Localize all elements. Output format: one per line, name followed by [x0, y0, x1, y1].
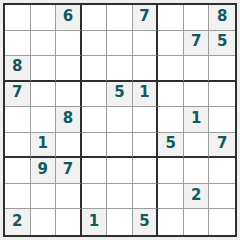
given-digit: 5 — [165, 136, 175, 151]
cell-r6c3[interactable] — [56, 133, 82, 159]
cell-r5c4[interactable] — [82, 107, 108, 133]
cell-r7c5[interactable] — [107, 158, 133, 184]
cell-r6c4[interactable] — [82, 133, 108, 159]
given-digit: 1 — [38, 136, 48, 151]
cell-r5c9[interactable] — [209, 107, 235, 133]
given-digit: 1 — [89, 214, 99, 229]
given-digit: 7 — [217, 136, 227, 151]
cell-r2c1[interactable] — [5, 31, 31, 57]
cell-r1c8[interactable] — [184, 5, 210, 31]
sudoku-widget: 67875875181157972215 — [0, 0, 240, 240]
cell-r1c3[interactable]: 6 — [56, 5, 82, 31]
given-digit: 2 — [12, 214, 22, 229]
cell-r8c3[interactable] — [56, 184, 82, 210]
cell-r3c8[interactable] — [184, 56, 210, 82]
cell-r1c2[interactable] — [31, 5, 57, 31]
cell-r4c5[interactable]: 5 — [107, 82, 133, 108]
given-digit: 8 — [217, 9, 227, 24]
cell-r7c2[interactable]: 9 — [31, 158, 57, 184]
cell-r6c9[interactable]: 7 — [209, 133, 235, 159]
cell-r2c8[interactable]: 7 — [184, 31, 210, 57]
cell-r7c9[interactable] — [209, 158, 235, 184]
given-digit: 6 — [63, 9, 73, 24]
cell-r1c6[interactable]: 7 — [133, 5, 159, 31]
cell-r6c7[interactable]: 5 — [158, 133, 184, 159]
cell-r2c5[interactable] — [107, 31, 133, 57]
cell-r8c7[interactable] — [158, 184, 184, 210]
cell-r7c8[interactable] — [184, 158, 210, 184]
cell-r8c6[interactable] — [133, 184, 159, 210]
given-digit: 5 — [139, 214, 149, 229]
given-digit: 8 — [63, 111, 73, 126]
cell-r9c2[interactable] — [31, 209, 57, 235]
cell-r2c3[interactable] — [56, 31, 82, 57]
cell-r3c2[interactable] — [31, 56, 57, 82]
cell-r4c9[interactable] — [209, 82, 235, 108]
cell-r4c6[interactable]: 1 — [133, 82, 159, 108]
cell-r3c4[interactable] — [82, 56, 108, 82]
cell-r5c7[interactable] — [158, 107, 184, 133]
cell-r4c4[interactable] — [82, 82, 108, 108]
given-digit: 7 — [139, 9, 149, 24]
given-digit: 7 — [12, 85, 22, 100]
cell-r6c2[interactable]: 1 — [31, 133, 57, 159]
cell-r9c5[interactable] — [107, 209, 133, 235]
cell-r2c9[interactable]: 5 — [209, 31, 235, 57]
given-digit: 8 — [12, 59, 22, 74]
cell-r8c4[interactable] — [82, 184, 108, 210]
cell-r9c3[interactable] — [56, 209, 82, 235]
cell-r5c2[interactable] — [31, 107, 57, 133]
cell-r8c9[interactable] — [209, 184, 235, 210]
sudoku-board: 67875875181157972215 — [3, 3, 237, 237]
given-digit: 7 — [63, 162, 73, 177]
cell-r7c3[interactable]: 7 — [56, 158, 82, 184]
cell-r7c1[interactable] — [5, 158, 31, 184]
cell-r9c8[interactable] — [184, 209, 210, 235]
cell-r6c6[interactable] — [133, 133, 159, 159]
given-digit: 9 — [38, 162, 48, 177]
given-digit: 5 — [114, 85, 124, 100]
cell-r9c4[interactable]: 1 — [82, 209, 108, 235]
cell-r2c4[interactable] — [82, 31, 108, 57]
cell-r4c3[interactable] — [56, 82, 82, 108]
cell-r8c5[interactable] — [107, 184, 133, 210]
cell-r5c5[interactable] — [107, 107, 133, 133]
cell-r3c5[interactable] — [107, 56, 133, 82]
cell-r1c9[interactable]: 8 — [209, 5, 235, 31]
cell-r3c9[interactable] — [209, 56, 235, 82]
cell-r7c7[interactable] — [158, 158, 184, 184]
cell-r8c1[interactable] — [5, 184, 31, 210]
cell-r9c7[interactable] — [158, 209, 184, 235]
cell-r3c6[interactable] — [133, 56, 159, 82]
given-digit: 1 — [139, 85, 149, 100]
cell-r8c8[interactable]: 2 — [184, 184, 210, 210]
cell-r2c2[interactable] — [31, 31, 57, 57]
cell-r3c3[interactable] — [56, 56, 82, 82]
cell-r1c7[interactable] — [158, 5, 184, 31]
cell-r5c6[interactable] — [133, 107, 159, 133]
cell-r5c1[interactable] — [5, 107, 31, 133]
given-digit: 2 — [191, 188, 201, 203]
cell-r1c4[interactable] — [82, 5, 108, 31]
given-digit: 1 — [191, 111, 201, 126]
cell-r1c5[interactable] — [107, 5, 133, 31]
cell-r5c8[interactable]: 1 — [184, 107, 210, 133]
cell-r7c6[interactable] — [133, 158, 159, 184]
cell-r8c2[interactable] — [31, 184, 57, 210]
cell-r6c1[interactable] — [5, 133, 31, 159]
cell-r4c2[interactable] — [31, 82, 57, 108]
cell-r3c7[interactable] — [158, 56, 184, 82]
cell-r4c8[interactable] — [184, 82, 210, 108]
cell-r1c1[interactable] — [5, 5, 31, 31]
cell-r4c7[interactable] — [158, 82, 184, 108]
given-digit: 5 — [217, 34, 227, 49]
cell-r2c7[interactable] — [158, 31, 184, 57]
cell-r6c5[interactable] — [107, 133, 133, 159]
cell-r9c6[interactable]: 5 — [133, 209, 159, 235]
cell-r3c1[interactable]: 8 — [5, 56, 31, 82]
cell-r9c1[interactable]: 2 — [5, 209, 31, 235]
cell-r5c3[interactable]: 8 — [56, 107, 82, 133]
cell-r6c8[interactable] — [184, 133, 210, 159]
cell-r4c1[interactable]: 7 — [5, 82, 31, 108]
given-digit: 7 — [191, 34, 201, 49]
cell-r2c6[interactable] — [133, 31, 159, 57]
cell-r7c4[interactable] — [82, 158, 108, 184]
cell-r9c9[interactable] — [209, 209, 235, 235]
